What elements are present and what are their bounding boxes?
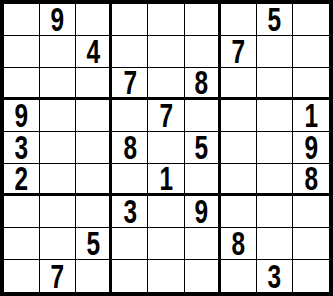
given-digit: 7 xyxy=(123,68,137,99)
cell-r6c4[interactable] xyxy=(112,164,148,196)
cell-r7c4[interactable]: 3 xyxy=(112,196,148,228)
cell-r7c1[interactable] xyxy=(4,196,40,228)
cell-r9c9[interactable] xyxy=(293,260,329,292)
cell-r9c5[interactable] xyxy=(148,260,184,292)
cell-r3c5[interactable] xyxy=(148,68,184,100)
cell-r5c5[interactable] xyxy=(148,132,184,164)
cell-r5c1[interactable]: 3 xyxy=(4,132,40,164)
cell-r8c2[interactable] xyxy=(40,228,76,260)
cell-r1c2[interactable]: 9 xyxy=(40,4,76,36)
cell-r4c6[interactable] xyxy=(185,100,221,132)
cell-r2c8[interactable] xyxy=(257,36,293,68)
cell-r4c5[interactable]: 7 xyxy=(148,100,184,132)
cell-r9c8[interactable]: 3 xyxy=(257,260,293,292)
given-digit: 8 xyxy=(304,164,318,195)
cell-r4c1[interactable]: 9 xyxy=(4,100,40,132)
cell-r8c3[interactable]: 5 xyxy=(76,228,112,260)
given-digit: 5 xyxy=(268,4,282,36)
given-digit: 9 xyxy=(194,196,208,228)
cell-r3c3[interactable] xyxy=(76,68,112,100)
cell-r4c2[interactable] xyxy=(40,100,76,132)
cell-r1c4[interactable] xyxy=(112,4,148,36)
cell-r6c9[interactable]: 8 xyxy=(293,164,329,196)
cell-r8c9[interactable] xyxy=(293,228,329,260)
cell-r6c7[interactable] xyxy=(221,164,257,196)
given-digit: 1 xyxy=(304,100,318,132)
given-digit: 2 xyxy=(15,164,29,195)
cell-r8c5[interactable] xyxy=(148,228,184,260)
cell-r5c3[interactable] xyxy=(76,132,112,164)
cell-r5c4[interactable]: 8 xyxy=(112,132,148,164)
cell-r8c8[interactable] xyxy=(257,228,293,260)
cell-r3c8[interactable] xyxy=(257,68,293,100)
cell-r1c1[interactable] xyxy=(4,4,40,36)
given-digit: 8 xyxy=(231,228,245,260)
cell-r2c2[interactable] xyxy=(40,36,76,68)
cell-r7c8[interactable] xyxy=(257,196,293,228)
cell-r6c8[interactable] xyxy=(257,164,293,196)
given-digit: 8 xyxy=(123,132,137,164)
cell-r9c7[interactable] xyxy=(221,260,257,292)
given-digit: 9 xyxy=(304,132,318,164)
cell-r6c2[interactable] xyxy=(40,164,76,196)
sudoku-board: 9547789713859218395873 xyxy=(0,0,333,296)
given-digit: 7 xyxy=(159,100,173,132)
given-digit: 3 xyxy=(15,132,29,164)
cell-r5c2[interactable] xyxy=(40,132,76,164)
cell-r5c7[interactable] xyxy=(221,132,257,164)
cell-r1c6[interactable] xyxy=(185,4,221,36)
given-digit: 4 xyxy=(86,36,100,68)
cell-r5c8[interactable] xyxy=(257,132,293,164)
cell-r4c3[interactable] xyxy=(76,100,112,132)
given-digit: 9 xyxy=(51,4,65,36)
cell-r3c9[interactable] xyxy=(293,68,329,100)
cell-r3c7[interactable] xyxy=(221,68,257,100)
cell-r3c4[interactable]: 7 xyxy=(112,68,148,100)
cell-r4c8[interactable] xyxy=(257,100,293,132)
cell-r7c6[interactable]: 9 xyxy=(185,196,221,228)
cell-r3c1[interactable] xyxy=(4,68,40,100)
given-digit: 1 xyxy=(159,164,173,195)
cell-r6c3[interactable] xyxy=(76,164,112,196)
cell-r7c9[interactable] xyxy=(293,196,329,228)
cell-r1c7[interactable] xyxy=(221,4,257,36)
given-digit: 3 xyxy=(123,196,137,228)
cell-r9c1[interactable] xyxy=(4,260,40,292)
cell-r6c1[interactable]: 2 xyxy=(4,164,40,196)
cell-r1c3[interactable] xyxy=(76,4,112,36)
cell-r8c6[interactable] xyxy=(185,228,221,260)
cell-r2c4[interactable] xyxy=(112,36,148,68)
cell-r1c5[interactable] xyxy=(148,4,184,36)
cell-r9c4[interactable] xyxy=(112,260,148,292)
cell-r7c3[interactable] xyxy=(76,196,112,228)
cell-r2c1[interactable] xyxy=(4,36,40,68)
cell-r4c9[interactable]: 1 xyxy=(293,100,329,132)
given-digit: 5 xyxy=(194,132,208,164)
cell-r6c5[interactable]: 1 xyxy=(148,164,184,196)
cell-r6c6[interactable] xyxy=(185,164,221,196)
given-digit: 8 xyxy=(194,68,208,99)
cell-r9c3[interactable] xyxy=(76,260,112,292)
cell-r4c7[interactable] xyxy=(221,100,257,132)
cell-r1c9[interactable] xyxy=(293,4,329,36)
cell-r4c4[interactable] xyxy=(112,100,148,132)
cell-r2c9[interactable] xyxy=(293,36,329,68)
given-digit: 3 xyxy=(268,260,282,292)
cell-r5c9[interactable]: 9 xyxy=(293,132,329,164)
cell-r2c6[interactable] xyxy=(185,36,221,68)
given-digit: 7 xyxy=(231,36,245,68)
given-digit: 7 xyxy=(51,260,65,292)
cell-r7c7[interactable] xyxy=(221,196,257,228)
cell-r3c6[interactable]: 8 xyxy=(185,68,221,100)
cell-r2c3[interactable]: 4 xyxy=(76,36,112,68)
cell-r5c6[interactable]: 5 xyxy=(185,132,221,164)
cell-r7c5[interactable] xyxy=(148,196,184,228)
cell-r9c2[interactable]: 7 xyxy=(40,260,76,292)
cell-r8c7[interactable]: 8 xyxy=(221,228,257,260)
cell-r3c2[interactable] xyxy=(40,68,76,100)
given-digit: 9 xyxy=(15,100,29,132)
cell-r8c1[interactable] xyxy=(4,228,40,260)
cell-r7c2[interactable] xyxy=(40,196,76,228)
cell-r2c5[interactable] xyxy=(148,36,184,68)
given-digit: 5 xyxy=(86,228,100,260)
cell-r9c6[interactable] xyxy=(185,260,221,292)
cell-r1c8[interactable]: 5 xyxy=(257,4,293,36)
cell-r8c4[interactable] xyxy=(112,228,148,260)
cell-r2c7[interactable]: 7 xyxy=(221,36,257,68)
